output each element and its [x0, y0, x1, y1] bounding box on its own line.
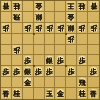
square-6c[interactable]: 歩 — [34, 23, 45, 34]
piece-gote-gold[interactable]: 金 — [66, 12, 76, 22]
square-9d[interactable] — [1, 34, 12, 45]
piece-sente-gold[interactable]: 金 — [23, 77, 33, 87]
square-1e[interactable] — [88, 45, 99, 56]
piece-sente-pawn[interactable]: 歩 — [1, 66, 11, 76]
square-2h[interactable]: 飛 — [77, 77, 88, 88]
piece-gote-silver[interactable]: 銀 — [34, 12, 44, 22]
square-9i[interactable]: 香 — [1, 88, 12, 99]
square-5d[interactable] — [45, 34, 56, 45]
square-2a[interactable]: 桂 — [77, 1, 88, 12]
square-7h[interactable]: 金 — [23, 77, 34, 88]
square-4d[interactable] — [55, 34, 66, 45]
square-2e[interactable] — [77, 45, 88, 56]
square-9a[interactable]: 香 — [1, 1, 12, 12]
piece-sente-knight[interactable]: 桂 — [77, 89, 87, 99]
square-1c[interactable]: 歩 — [88, 23, 99, 34]
square-9c[interactable]: 歩 — [1, 23, 12, 34]
piece-gote-pawn[interactable]: 歩 — [56, 23, 66, 33]
square-2f[interactable]: 歩 — [77, 55, 88, 66]
piece-gote-pawn[interactable]: 歩 — [1, 23, 11, 33]
square-3a[interactable]: 王 — [66, 1, 77, 12]
square-7d[interactable] — [23, 34, 34, 45]
piece-gote-gold[interactable]: 金 — [34, 1, 44, 11]
square-9e[interactable] — [1, 45, 12, 56]
square-7i[interactable] — [23, 88, 34, 99]
square-5h[interactable] — [45, 77, 56, 88]
square-7e[interactable] — [23, 45, 34, 56]
piece-gote-pawn[interactable]: 歩 — [77, 23, 87, 33]
square-1a[interactable]: 香 — [88, 1, 99, 12]
piece-sente-pawn[interactable]: 歩 — [56, 55, 66, 65]
square-6i[interactable] — [34, 88, 45, 99]
square-4b[interactable] — [55, 12, 66, 23]
square-7g[interactable]: 銀 — [23, 66, 34, 77]
hoshi-point — [65, 65, 67, 67]
piece-gote-silver[interactable]: 銀 — [66, 23, 76, 33]
square-3b[interactable]: 金 — [66, 12, 77, 23]
square-8c[interactable] — [12, 23, 23, 34]
square-8i[interactable]: 桂 — [12, 88, 23, 99]
piece-gote-knight[interactable]: 桂 — [77, 1, 87, 11]
piece-sente-king[interactable]: 玉 — [45, 89, 55, 99]
piece-sente-pawn[interactable]: 歩 — [77, 55, 87, 65]
piece-sente-knight[interactable]: 桂 — [12, 89, 22, 99]
piece-gote-pawn[interactable]: 歩 — [66, 34, 76, 44]
square-5f[interactable]: 銀 — [45, 55, 56, 66]
piece-sente-pawn[interactable]: 歩 — [12, 66, 22, 76]
square-4g[interactable] — [55, 66, 66, 77]
square-9g[interactable]: 歩 — [1, 66, 12, 77]
square-8a[interactable]: 桂 — [12, 1, 23, 12]
piece-gote-knight[interactable]: 桂 — [12, 1, 22, 11]
square-5b[interactable] — [45, 12, 56, 23]
square-6a[interactable]: 金 — [34, 1, 45, 12]
square-7b[interactable] — [23, 12, 34, 23]
square-5e[interactable] — [45, 45, 56, 56]
square-7a[interactable] — [23, 1, 34, 12]
piece-gote-pawn[interactable]: 歩 — [45, 23, 55, 33]
square-4a[interactable] — [55, 1, 66, 12]
square-8f[interactable] — [12, 55, 23, 66]
piece-gote-pawn[interactable]: 歩 — [89, 23, 99, 33]
piece-gote-king[interactable]: 王 — [66, 1, 76, 11]
square-6d[interactable] — [34, 34, 45, 45]
square-1i[interactable]: 香 — [88, 88, 99, 99]
square-5g[interactable]: 歩 — [45, 66, 56, 77]
square-2i[interactable]: 桂 — [77, 88, 88, 99]
hoshi-point — [33, 65, 35, 67]
piece-sente-pawn[interactable]: 歩 — [45, 66, 55, 76]
piece-sente-pawn[interactable]: 歩 — [23, 55, 33, 65]
square-1h[interactable] — [88, 77, 99, 88]
square-3d[interactable]: 歩 — [66, 34, 77, 45]
hoshi-point — [33, 33, 35, 35]
piece-sente-lance[interactable]: 香 — [1, 89, 11, 99]
square-8d[interactable] — [12, 34, 23, 45]
square-2d[interactable] — [77, 34, 88, 45]
square-6e[interactable] — [34, 45, 45, 56]
square-8g[interactable]: 歩 — [12, 66, 23, 77]
square-5c[interactable]: 歩 — [45, 23, 56, 34]
square-9f[interactable] — [1, 55, 12, 66]
square-8b[interactable]: 飛 — [12, 12, 23, 23]
square-3f[interactable] — [66, 55, 77, 66]
square-4e[interactable] — [55, 45, 66, 56]
square-1g[interactable]: 歩 — [88, 66, 99, 77]
square-9b[interactable] — [1, 12, 12, 23]
square-2g[interactable] — [77, 66, 88, 77]
square-8e[interactable]: 歩 — [12, 45, 23, 56]
square-3h[interactable] — [66, 77, 77, 88]
square-5i[interactable]: 玉 — [45, 88, 56, 99]
square-3c[interactable]: 銀 — [66, 23, 77, 34]
square-2c[interactable]: 歩 — [77, 23, 88, 34]
square-4h[interactable] — [55, 77, 66, 88]
square-9h[interactable] — [1, 77, 12, 88]
piece-gote-lance[interactable]: 香 — [89, 1, 99, 11]
piece-sente-silver[interactable]: 銀 — [23, 66, 33, 76]
square-4i[interactable]: 金 — [55, 88, 66, 99]
square-1d[interactable] — [88, 34, 99, 45]
hoshi-point — [65, 33, 67, 35]
piece-gote-pawn[interactable]: 歩 — [23, 23, 33, 33]
square-2b[interactable] — [77, 12, 88, 23]
piece-sente-lance[interactable]: 香 — [89, 89, 99, 99]
square-1f[interactable] — [88, 55, 99, 66]
square-3g[interactable]: 歩 — [66, 66, 77, 77]
square-3e[interactable] — [66, 45, 77, 56]
square-8h[interactable] — [12, 77, 23, 88]
piece-gote-lance[interactable]: 香 — [1, 1, 11, 11]
square-6f[interactable] — [34, 55, 45, 66]
piece-gote-pawn[interactable]: 歩 — [34, 23, 44, 33]
square-6h[interactable] — [34, 77, 45, 88]
piece-sente-gold[interactable]: 金 — [56, 89, 66, 99]
piece-gote-rook[interactable]: 飛 — [12, 12, 22, 22]
piece-sente-rook[interactable]: 飛 — [77, 77, 87, 87]
square-3i[interactable] — [66, 88, 77, 99]
square-1b[interactable] — [88, 12, 99, 23]
piece-gote-pawn[interactable]: 歩 — [12, 45, 22, 55]
square-5a[interactable] — [45, 1, 56, 12]
piece-sente-pawn[interactable]: 歩 — [66, 66, 76, 76]
piece-sente-pawn[interactable]: 歩 — [34, 66, 44, 76]
shogi-board: 香桂金王桂香飛銀金歩歩歩歩歩銀歩歩歩歩歩銀歩歩歩歩銀歩歩歩歩金飛香桂玉金桂香 — [0, 0, 100, 100]
piece-sente-pawn[interactable]: 歩 — [89, 66, 99, 76]
square-6g[interactable]: 歩 — [34, 66, 45, 77]
square-6b[interactable]: 銀 — [34, 12, 45, 23]
piece-sente-silver[interactable]: 銀 — [45, 55, 55, 65]
